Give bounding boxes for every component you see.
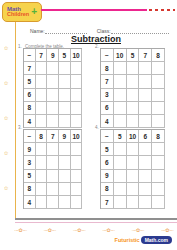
row-header-cell: 8 bbox=[101, 183, 114, 196]
col-header-cell: 8 bbox=[152, 130, 165, 143]
logo-line2: Children bbox=[7, 12, 29, 18]
answer-cell[interactable] bbox=[152, 89, 165, 102]
answer-cell[interactable] bbox=[47, 89, 59, 102]
answer-cell[interactable] bbox=[139, 183, 152, 196]
row-header-cell: 3 bbox=[24, 156, 36, 169]
answer-cell[interactable] bbox=[47, 183, 59, 196]
operator-cell: − bbox=[101, 49, 114, 62]
subtraction-grid-1: −7951075684 bbox=[23, 48, 82, 128]
row-header-cell: 7 bbox=[24, 62, 36, 75]
row-header-cell: 9 bbox=[24, 143, 36, 156]
row-header-cell: 4 bbox=[24, 196, 36, 209]
row-header-cell: 8 bbox=[24, 102, 36, 115]
name-input-line[interactable] bbox=[45, 27, 87, 34]
answer-cell[interactable] bbox=[36, 75, 48, 88]
answer-cell[interactable] bbox=[114, 143, 127, 156]
top-divider-dashes bbox=[149, 9, 175, 11]
flower-border: ·–✿–· ·–✿–· ·–✿–· ·–✿–· ·–✿–· ·–✿–· bbox=[14, 227, 174, 233]
answer-cell[interactable] bbox=[152, 102, 165, 115]
row-header-cell: 5 bbox=[24, 75, 36, 88]
brand-prefix: Futuristic bbox=[115, 237, 140, 243]
col-header-cell: 10 bbox=[114, 49, 127, 62]
answer-cell[interactable] bbox=[139, 89, 152, 102]
answer-cell[interactable] bbox=[71, 102, 83, 115]
answer-cell[interactable] bbox=[114, 89, 127, 102]
answer-cell[interactable] bbox=[59, 156, 71, 169]
answer-cell[interactable] bbox=[71, 62, 83, 75]
col-header-cell: 8 bbox=[152, 49, 165, 62]
col-header-cell: 5 bbox=[59, 49, 71, 62]
answer-cell[interactable] bbox=[152, 183, 165, 196]
flower-icon: ·–✿–· bbox=[43, 227, 56, 233]
table-number: 2. bbox=[95, 44, 99, 49]
answer-cell[interactable] bbox=[152, 156, 165, 169]
answer-cell[interactable] bbox=[71, 143, 83, 156]
col-header-cell: 10 bbox=[71, 130, 83, 143]
table-number: 1. bbox=[18, 44, 22, 49]
answer-cell[interactable] bbox=[127, 156, 140, 169]
answer-cell[interactable] bbox=[71, 75, 83, 88]
answer-cell[interactable] bbox=[127, 170, 140, 183]
brand-pill: Math.com bbox=[141, 236, 172, 244]
answer-cell[interactable] bbox=[59, 170, 71, 183]
answer-cell[interactable] bbox=[47, 156, 59, 169]
margin-decor-icon: ✿ bbox=[4, 185, 8, 191]
answer-cell[interactable] bbox=[47, 143, 59, 156]
flower-icon: ·–✿–· bbox=[132, 227, 145, 233]
answer-cell[interactable] bbox=[127, 115, 140, 128]
col-header-cell: 5 bbox=[127, 49, 140, 62]
class-input-line[interactable] bbox=[111, 27, 169, 34]
answer-cell[interactable] bbox=[139, 196, 152, 209]
subtraction-grid-3: −8791093584 bbox=[23, 129, 82, 209]
answer-cell[interactable] bbox=[71, 170, 83, 183]
col-header-cell: 6 bbox=[139, 130, 152, 143]
col-header-cell: 7 bbox=[47, 130, 59, 143]
answer-cell[interactable] bbox=[114, 62, 127, 75]
row-header-cell: 4 bbox=[101, 115, 114, 128]
answer-cell[interactable] bbox=[36, 102, 48, 115]
col-header-cell: 7 bbox=[36, 49, 48, 62]
col-header-cell: 7 bbox=[139, 49, 152, 62]
answer-cell[interactable] bbox=[71, 89, 83, 102]
margin-decor-icon: ✿ bbox=[4, 80, 8, 86]
row-header-cell: 8 bbox=[101, 62, 114, 75]
brand-watermark: Futuristic Math.com bbox=[115, 236, 172, 244]
answer-cell[interactable] bbox=[139, 143, 152, 156]
table-number: 3. bbox=[18, 125, 22, 130]
answer-cell[interactable] bbox=[36, 170, 48, 183]
answer-cell[interactable] bbox=[114, 183, 127, 196]
answer-cell[interactable] bbox=[47, 115, 59, 128]
subtraction-table-2: 2. −1057887364 bbox=[100, 48, 165, 128]
answer-cell[interactable] bbox=[47, 62, 59, 75]
answer-cell[interactable] bbox=[36, 156, 48, 169]
row-header-cell: 6 bbox=[24, 89, 36, 102]
answer-cell[interactable] bbox=[59, 75, 71, 88]
row-header-cell: 7 bbox=[101, 196, 114, 209]
row-header-cell: 5 bbox=[101, 143, 114, 156]
row-header-cell: 3 bbox=[101, 89, 114, 102]
answer-cell[interactable] bbox=[71, 183, 83, 196]
left-margin-rule bbox=[15, 22, 16, 219]
col-header-cell: 9 bbox=[47, 49, 59, 62]
table-number: 4. bbox=[95, 125, 99, 130]
flower-icon: ·–✿–· bbox=[161, 227, 174, 233]
answer-cell[interactable] bbox=[114, 170, 127, 183]
row-header-cell: 6 bbox=[101, 102, 114, 115]
flower-icon: ·–✿–· bbox=[102, 227, 115, 233]
top-divider bbox=[41, 9, 147, 11]
logo-text: Math Children bbox=[7, 6, 29, 18]
answer-cell[interactable] bbox=[152, 196, 165, 209]
answer-cell[interactable] bbox=[139, 62, 152, 75]
answer-cell[interactable] bbox=[127, 196, 140, 209]
answer-cell[interactable] bbox=[152, 62, 165, 75]
col-header-cell: 10 bbox=[127, 130, 140, 143]
subtraction-grid-2: −1057887364 bbox=[100, 48, 165, 128]
margin-decor-icon: ✿ bbox=[4, 115, 8, 121]
answer-cell[interactable] bbox=[114, 196, 127, 209]
name-class-row: Name: Class: bbox=[30, 27, 170, 34]
answer-cell[interactable] bbox=[71, 115, 83, 128]
answer-cell[interactable] bbox=[127, 143, 140, 156]
answer-cell[interactable] bbox=[139, 170, 152, 183]
answer-cell[interactable] bbox=[127, 62, 140, 75]
flower-icon: ·–✿–· bbox=[14, 227, 27, 233]
math-children-logo: Math Children + bbox=[2, 2, 42, 22]
answer-cell[interactable] bbox=[152, 115, 165, 128]
row-header-cell: 5 bbox=[24, 170, 36, 183]
row-header-cell: 8 bbox=[24, 183, 36, 196]
col-header-cell: 5 bbox=[114, 130, 127, 143]
col-header-cell: 8 bbox=[36, 130, 48, 143]
answer-cell[interactable] bbox=[36, 183, 48, 196]
margin-decor-icon: ✿ bbox=[4, 150, 8, 156]
operator-cell: − bbox=[24, 130, 36, 143]
answer-cell[interactable] bbox=[71, 156, 83, 169]
answer-cell[interactable] bbox=[59, 115, 71, 128]
answer-cell[interactable] bbox=[59, 62, 71, 75]
answer-cell[interactable] bbox=[59, 143, 71, 156]
col-header-cell: 9 bbox=[59, 130, 71, 143]
answer-cell[interactable] bbox=[71, 196, 83, 209]
footer-divider bbox=[15, 218, 177, 220]
page-title: Subtraction bbox=[15, 34, 177, 44]
subtraction-table-3: 3. −8791093584 bbox=[23, 129, 82, 209]
answer-cell[interactable] bbox=[127, 75, 140, 88]
answer-cell[interactable] bbox=[36, 115, 48, 128]
row-header-cell: 6 bbox=[101, 156, 114, 169]
answer-cell[interactable] bbox=[114, 75, 127, 88]
answer-cell[interactable] bbox=[36, 196, 48, 209]
answer-cell[interactable] bbox=[152, 75, 165, 88]
answer-cell[interactable] bbox=[152, 170, 165, 183]
row-header-cell: 7 bbox=[101, 75, 114, 88]
answer-cell[interactable] bbox=[114, 156, 127, 169]
answer-cell[interactable] bbox=[47, 75, 59, 88]
flower-icon: ·–✿–· bbox=[73, 227, 86, 233]
col-header-cell: 10 bbox=[71, 49, 83, 62]
answer-cell[interactable] bbox=[47, 102, 59, 115]
answer-cell[interactable] bbox=[139, 115, 152, 128]
answer-cell[interactable] bbox=[47, 196, 59, 209]
subtraction-table-4: 4. −5106856987 bbox=[100, 129, 165, 209]
answer-cell[interactable] bbox=[59, 102, 71, 115]
operator-cell: − bbox=[24, 49, 36, 62]
worksheet-page: Math Children + ✿ ✿ ✿ ✿ ✿ Name: Class: S… bbox=[0, 0, 177, 250]
subtraction-table-1: 1. −7951075684 bbox=[23, 48, 82, 128]
margin-decor-icon: ✿ bbox=[4, 45, 8, 51]
subtraction-grid-4: −5106856987 bbox=[100, 129, 165, 209]
plus-icon: + bbox=[31, 7, 37, 17]
answer-cell[interactable] bbox=[36, 143, 48, 156]
answer-cell[interactable] bbox=[127, 89, 140, 102]
answer-cell[interactable] bbox=[59, 89, 71, 102]
answer-cell[interactable] bbox=[139, 75, 152, 88]
footer-divider-accent bbox=[15, 222, 177, 223]
answer-cell[interactable] bbox=[127, 183, 140, 196]
answer-cell[interactable] bbox=[127, 102, 140, 115]
answer-cell[interactable] bbox=[36, 62, 48, 75]
answer-cell[interactable] bbox=[59, 183, 71, 196]
answer-cell[interactable] bbox=[59, 196, 71, 209]
row-header-cell: 4 bbox=[24, 115, 36, 128]
answer-cell[interactable] bbox=[139, 156, 152, 169]
answer-cell[interactable] bbox=[36, 89, 48, 102]
answer-cell[interactable] bbox=[139, 102, 152, 115]
answer-cell[interactable] bbox=[152, 143, 165, 156]
row-header-cell: 9 bbox=[101, 170, 114, 183]
operator-cell: − bbox=[101, 130, 114, 143]
answer-cell[interactable] bbox=[114, 115, 127, 128]
answer-cell[interactable] bbox=[114, 102, 127, 115]
answer-cell[interactable] bbox=[47, 170, 59, 183]
